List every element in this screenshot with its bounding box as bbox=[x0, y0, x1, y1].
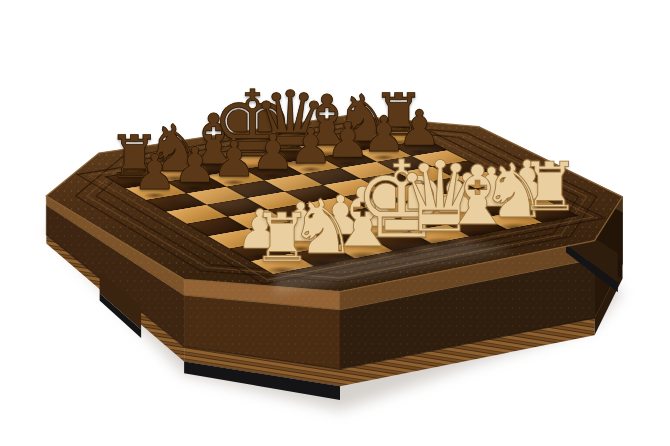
chess-set-photo: ♜♞♝♚♛♝♞♜♟♟♟♟♟♟♟♟♟♟♟♟♟♟♟♟♜♞♝♚♛♝♞♜ bbox=[0, 0, 670, 446]
black-pawn-icon: ♟ bbox=[212, 135, 256, 184]
black-pawn-icon: ♟ bbox=[173, 141, 217, 190]
piece-black-pawn-g7[interactable]: ♟ bbox=[173, 141, 217, 190]
piece-black-pawn-f7[interactable]: ♟ bbox=[212, 135, 256, 184]
piece-white-rook-a1[interactable]: ♜ bbox=[520, 154, 580, 221]
piece-black-pawn-h7[interactable]: ♟ bbox=[133, 148, 177, 197]
pieces-layer: ♜♞♝♚♛♝♞♜♟♟♟♟♟♟♟♟♟♟♟♟♟♟♟♟♜♞♝♚♛♝♞♜ bbox=[0, 0, 670, 446]
black-pawn-icon: ♟ bbox=[133, 148, 177, 197]
white-rook-icon: ♜ bbox=[520, 154, 580, 221]
